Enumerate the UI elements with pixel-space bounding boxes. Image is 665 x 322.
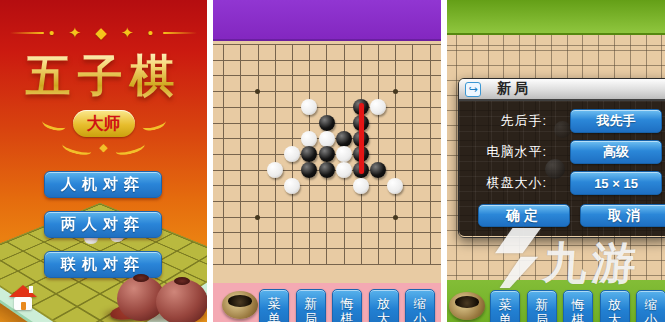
game-header-bar	[447, 0, 665, 35]
computer-level-label: 电脑水平:	[467, 140, 547, 164]
cancel-button[interactable]: 取消	[580, 204, 665, 227]
stone-bowl-icon	[222, 291, 258, 319]
ornament-glyphs: • ✦ ◆ ✦ •	[49, 24, 158, 42]
game-screen: 菜单 新局 悔棋 放大 缩小	[213, 0, 441, 322]
house-chimney	[29, 286, 33, 293]
dialog-title: 新局	[497, 80, 531, 98]
zoom-out-button[interactable]: 缩小	[636, 290, 665, 322]
undo-button[interactable]: 悔棋	[332, 289, 362, 322]
badge-curl-right	[140, 115, 166, 132]
stone-black	[336, 131, 352, 147]
bowl-knob	[174, 277, 190, 285]
human-vs-computer-button[interactable]: 人机对弈	[44, 171, 162, 198]
ornament-line-left	[10, 32, 44, 34]
stone-bowl	[156, 279, 207, 322]
stone-white	[319, 131, 335, 147]
flourish-accent: ◆	[99, 141, 107, 154]
game-header-bar	[213, 0, 441, 41]
stone-white	[284, 178, 300, 194]
stone-black	[319, 162, 335, 178]
app-title: 五子棋	[0, 46, 207, 106]
win-line	[359, 103, 364, 174]
new-game-button[interactable]: 新局	[296, 289, 326, 322]
zoom-in-button[interactable]: 放大	[369, 289, 399, 322]
first-move-value-button[interactable]: 我先手	[570, 109, 662, 133]
gomoku-board[interactable]	[213, 41, 441, 283]
board-size-label: 棋盘大小:	[467, 171, 547, 195]
zoom-in-button[interactable]: 放大	[600, 290, 630, 322]
star-point	[393, 215, 398, 220]
menu-button[interactable]: 菜单	[259, 289, 289, 322]
bottom-toolbar: 菜单 新局 悔棋 放大 缩小	[447, 280, 665, 322]
app-screenshot-collage: • ✦ ◆ ✦ • 五子棋 大师 ◆ 人机对弈 两人对弈 联机对弈	[0, 0, 665, 322]
stone-white	[353, 178, 369, 194]
stone-white	[267, 162, 283, 178]
ornament-line-right	[163, 32, 197, 34]
ok-button[interactable]: 确定	[478, 204, 570, 227]
flourish-curl-left	[61, 138, 93, 157]
star-point	[393, 89, 398, 94]
master-badge: 大师	[73, 110, 135, 137]
house-door	[21, 302, 26, 310]
board-size-value-button[interactable]: 15 × 15	[570, 171, 662, 195]
master-badge-row: 大师	[0, 110, 207, 137]
bowl-knob	[133, 274, 149, 282]
zoom-out-button[interactable]: 缩小	[405, 289, 435, 322]
stone-behind-dialog	[554, 121, 571, 138]
new-game-button[interactable]: 新局	[527, 290, 557, 322]
stone-black	[319, 146, 335, 162]
computer-level-value-button[interactable]: 高级	[570, 140, 662, 164]
stone-white	[336, 162, 352, 178]
dialog-title-bar: ↪ 新局	[459, 79, 665, 101]
gold-flourish: ◆	[0, 141, 207, 154]
stone-behind-dialog	[545, 159, 565, 179]
home-icon[interactable]	[8, 285, 38, 312]
two-player-button[interactable]: 两人对弈	[44, 211, 162, 238]
stone-white	[301, 131, 317, 147]
new-game-icon: ↪	[465, 82, 481, 97]
flourish-curl-right	[114, 138, 146, 157]
first-move-label: 先后手:	[467, 109, 547, 133]
new-game-dialog: ↪ 新局 先后手: 我先手 电脑水平: 高级 棋盘大小: 15 × 15 确定 …	[458, 78, 665, 238]
dialog-body: 先后手: 我先手 电脑水平: 高级 棋盘大小: 15 × 15 确定 取消	[459, 101, 665, 236]
badge-curl-left	[40, 115, 66, 132]
menu-button[interactable]: 菜单	[490, 290, 520, 322]
undo-button[interactable]: 悔棋	[563, 290, 593, 322]
stone-bowl-icon	[449, 292, 485, 320]
bottom-toolbar: 菜单 新局 悔棋 放大 缩小	[213, 283, 441, 322]
new-game-screen: ↪ 新局 先后手: 我先手 电脑水平: 高级 棋盘大小: 15 × 15 确定 …	[447, 0, 665, 322]
gold-ornament-band: • ✦ ◆ ✦ •	[0, 24, 207, 42]
stone-black	[319, 115, 335, 131]
menu-screen: • ✦ ◆ ✦ • 五子棋 大师 ◆ 人机对弈 两人对弈 联机对弈	[0, 0, 207, 322]
